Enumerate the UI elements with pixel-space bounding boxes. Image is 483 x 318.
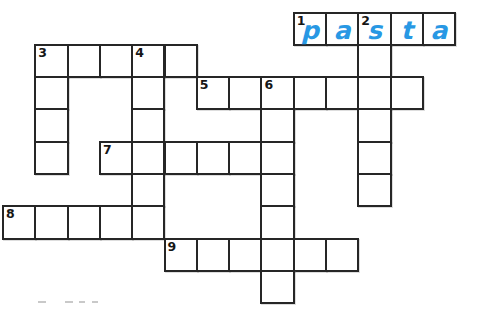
crossword-worksheet: 1pa2sta3456789 [0,0,483,318]
grid-cell[interactable] [357,173,391,207]
grid-cell[interactable] [357,141,391,175]
grid-cell[interactable] [99,44,133,78]
grid-cell[interactable] [325,238,359,272]
grid-cell[interactable]: t [390,12,424,46]
grid-cell[interactable]: 8 [2,205,36,239]
crossword-board: 1pa2sta3456789 [0,0,483,318]
grid-cell[interactable]: a [325,12,359,46]
grid-cell[interactable] [260,108,294,142]
grid-cell[interactable] [67,44,101,78]
grid-cell[interactable] [34,141,68,175]
grid-cell[interactable] [357,76,391,110]
grid-cell[interactable] [131,141,165,175]
clue-number: 6 [264,78,273,91]
grid-cell[interactable]: 4 [131,44,165,78]
grid-cell[interactable]: 1p [293,12,327,46]
grid-cell[interactable] [260,270,294,304]
grid-cell[interactable] [67,205,101,239]
grid-cell[interactable] [34,205,68,239]
clue-number: 1 [297,14,306,27]
grid-cell[interactable] [34,76,68,110]
grid-cell[interactable] [131,76,165,110]
grid-cell[interactable] [228,76,262,110]
cropped-text-artifact [38,301,46,303]
clue-number: 2 [361,14,370,27]
grid-cell[interactable]: 5 [196,76,230,110]
grid-cell[interactable] [164,44,198,78]
grid-cell[interactable]: 2s [357,12,391,46]
grid-cell[interactable] [293,238,327,272]
grid-cell[interactable]: a [422,12,456,46]
cell-letter: a [431,15,448,43]
grid-cell[interactable]: 3 [34,44,68,78]
grid-cell[interactable] [260,238,294,272]
grid-cell[interactable] [325,76,359,110]
cell-letter: a [334,15,351,43]
clue-number: 9 [168,240,177,253]
grid-cell[interactable] [164,141,198,175]
grid-cell[interactable] [131,205,165,239]
grid-cell[interactable] [260,205,294,239]
grid-cell[interactable]: 6 [260,76,294,110]
clue-number: 4 [135,46,144,59]
cropped-text-artifact [65,301,73,303]
clue-number: 3 [38,46,47,59]
clue-number: 8 [6,207,15,220]
grid-cell[interactable] [390,76,424,110]
grid-cell[interactable] [357,44,391,78]
clue-number: 7 [103,143,112,156]
grid-cell[interactable] [228,238,262,272]
grid-cell[interactable] [357,108,391,142]
grid-cell[interactable]: 7 [99,141,133,175]
grid-cell[interactable] [228,141,262,175]
grid-cell[interactable] [131,108,165,142]
grid-cell[interactable] [293,76,327,110]
cropped-text-artifact [92,301,98,303]
grid-cell[interactable] [260,141,294,175]
cell-letter: t [401,15,413,43]
grid-cell[interactable] [99,205,133,239]
grid-cell[interactable] [34,108,68,142]
cropped-text-artifact [79,301,85,303]
grid-cell[interactable] [260,173,294,207]
grid-cell[interactable]: 9 [164,238,198,272]
grid-cell[interactable] [131,173,165,207]
grid-cell[interactable] [196,238,230,272]
clue-number: 5 [200,78,209,91]
grid-cell[interactable] [196,141,230,175]
